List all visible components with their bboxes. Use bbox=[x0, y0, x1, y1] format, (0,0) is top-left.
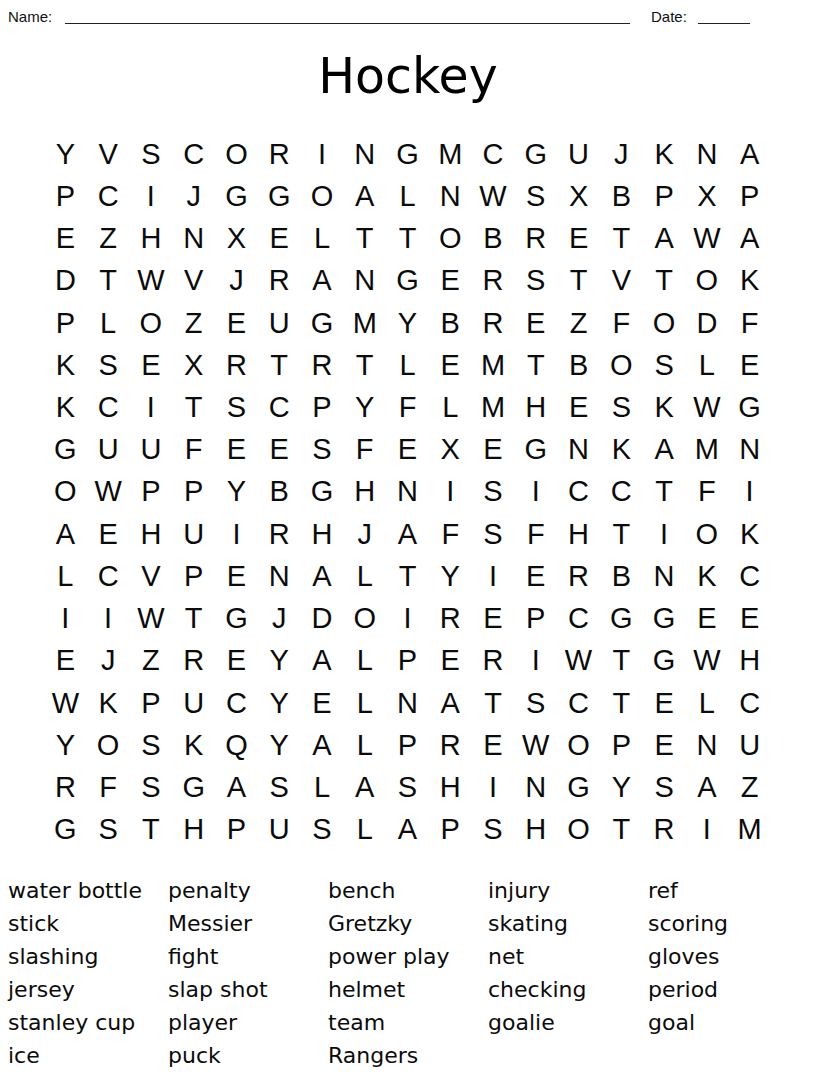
grid-cell-r4c11[interactable]: R bbox=[472, 260, 515, 302]
grid-cell-r15c15[interactable]: E bbox=[643, 724, 686, 766]
grid-cell-r2c13[interactable]: X bbox=[557, 175, 600, 217]
grid-cell-r12c2[interactable]: I bbox=[87, 598, 130, 640]
grid-cell-r1c6[interactable]: R bbox=[258, 133, 301, 175]
grid-cell-r4c10[interactable]: E bbox=[429, 260, 472, 302]
grid-cell-r11c15[interactable]: N bbox=[643, 555, 686, 597]
grid-cell-r17c3[interactable]: T bbox=[130, 809, 173, 851]
grid-cell-r6c7[interactable]: R bbox=[301, 344, 344, 386]
grid-cell-r17c13[interactable]: O bbox=[557, 809, 600, 851]
grid-cell-r8c11[interactable]: E bbox=[472, 429, 515, 471]
grid-cell-r11c4[interactable]: P bbox=[172, 555, 215, 597]
grid-cell-r3c5[interactable]: X bbox=[215, 217, 258, 259]
grid-cell-r3c10[interactable]: O bbox=[429, 217, 472, 259]
grid-cell-r4c5[interactable]: J bbox=[215, 260, 258, 302]
grid-cell-r17c15[interactable]: R bbox=[643, 809, 686, 851]
grid-cell-r14c10[interactable]: A bbox=[429, 682, 472, 724]
grid-cell-r14c17[interactable]: C bbox=[728, 682, 771, 724]
grid-cell-r13c17[interactable]: H bbox=[728, 640, 771, 682]
grid-cell-r5c6[interactable]: U bbox=[258, 302, 301, 344]
grid-cell-r10c16[interactable]: O bbox=[685, 513, 728, 555]
grid-cell-r11c1[interactable]: L bbox=[44, 555, 87, 597]
grid-cell-r5c17[interactable]: F bbox=[728, 302, 771, 344]
grid-cell-r11c2[interactable]: C bbox=[87, 555, 130, 597]
grid-cell-r9c17[interactable]: I bbox=[728, 471, 771, 513]
grid-cell-r14c4[interactable]: U bbox=[172, 682, 215, 724]
grid-cell-r13c15[interactable]: G bbox=[643, 640, 686, 682]
grid-cell-r7c15[interactable]: K bbox=[643, 386, 686, 428]
grid-cell-r3c8[interactable]: T bbox=[343, 217, 386, 259]
grid-cell-r8c8[interactable]: F bbox=[343, 429, 386, 471]
word-item: stanley cup bbox=[8, 1006, 168, 1039]
grid-cell-r6c2[interactable]: S bbox=[87, 344, 130, 386]
grid-cell-r16c17[interactable]: Z bbox=[728, 767, 771, 809]
grid-cell-r13c7[interactable]: A bbox=[301, 640, 344, 682]
grid-cell-r7c6[interactable]: C bbox=[258, 386, 301, 428]
grid-cell-r4c15[interactable]: T bbox=[643, 260, 686, 302]
grid-cell-r7c8[interactable]: Y bbox=[343, 386, 386, 428]
grid-cell-r12c1[interactable]: I bbox=[44, 598, 87, 640]
grid-cell-r7c7[interactable]: P bbox=[301, 386, 344, 428]
word-item: Messier bbox=[168, 907, 328, 940]
grid-cell-r11c5[interactable]: E bbox=[215, 555, 258, 597]
grid-cell-r9c7[interactable]: G bbox=[301, 471, 344, 513]
grid-cell-r6c12[interactable]: T bbox=[514, 344, 557, 386]
grid-cell-r10c1[interactable]: A bbox=[44, 513, 87, 555]
grid-cell-r12c13[interactable]: C bbox=[557, 598, 600, 640]
name-input-line[interactable] bbox=[65, 7, 630, 24]
grid-cell-r17c8[interactable]: L bbox=[343, 809, 386, 851]
grid-cell-r8c10[interactable]: X bbox=[429, 429, 472, 471]
grid-cell-r8c14[interactable]: K bbox=[600, 429, 643, 471]
grid-cell-r5c8[interactable]: M bbox=[343, 302, 386, 344]
grid-cell-r10c14[interactable]: T bbox=[600, 513, 643, 555]
grid-cell-r10c13[interactable]: H bbox=[557, 513, 600, 555]
grid-cell-r2c8[interactable]: A bbox=[343, 175, 386, 217]
grid-cell-r13c5[interactable]: E bbox=[215, 640, 258, 682]
grid-cell-r8c16[interactable]: M bbox=[685, 429, 728, 471]
grid-cell-r2c9[interactable]: L bbox=[386, 175, 429, 217]
grid-cell-r8c5[interactable]: E bbox=[215, 429, 258, 471]
grid-cell-r16c3[interactable]: S bbox=[130, 767, 173, 809]
grid-cell-r10c3[interactable]: H bbox=[130, 513, 173, 555]
grid-cell-r3c7[interactable]: L bbox=[301, 217, 344, 259]
grid-cell-r11c13[interactable]: R bbox=[557, 555, 600, 597]
grid-cell-r16c7[interactable]: L bbox=[301, 767, 344, 809]
grid-cell-r4c7[interactable]: A bbox=[301, 260, 344, 302]
grid-cell-r5c11[interactable]: R bbox=[472, 302, 515, 344]
grid-cell-r12c12[interactable]: P bbox=[514, 598, 557, 640]
grid-cell-r16c5[interactable]: A bbox=[215, 767, 258, 809]
grid-cell-r5c3[interactable]: O bbox=[130, 302, 173, 344]
grid-cell-r10c9[interactable]: A bbox=[386, 513, 429, 555]
grid-cell-r13c16[interactable]: W bbox=[685, 640, 728, 682]
grid-cell-r9c9[interactable]: N bbox=[386, 471, 429, 513]
grid-cell-r8c17[interactable]: N bbox=[728, 429, 771, 471]
grid-cell-r13c6[interactable]: Y bbox=[258, 640, 301, 682]
grid-cell-r16c8[interactable]: A bbox=[343, 767, 386, 809]
grid-cell-r12c11[interactable]: E bbox=[472, 598, 515, 640]
grid-cell-r1c10[interactable]: M bbox=[429, 133, 472, 175]
grid-cell-r6c15[interactable]: S bbox=[643, 344, 686, 386]
grid-cell-r7c3[interactable]: I bbox=[130, 386, 173, 428]
grid-cell-r5c2[interactable]: L bbox=[87, 302, 130, 344]
grid-cell-r12c17[interactable]: E bbox=[728, 598, 771, 640]
grid-cell-r9c3[interactable]: P bbox=[130, 471, 173, 513]
grid-cell-r13c9[interactable]: P bbox=[386, 640, 429, 682]
grid-cell-r3c4[interactable]: N bbox=[172, 217, 215, 259]
grid-cell-r13c8[interactable]: L bbox=[343, 640, 386, 682]
grid-cell-r16c16[interactable]: A bbox=[685, 767, 728, 809]
grid-cell-r13c10[interactable]: E bbox=[429, 640, 472, 682]
grid-cell-r9c15[interactable]: T bbox=[643, 471, 686, 513]
grid-cell-r10c17[interactable]: K bbox=[728, 513, 771, 555]
grid-cell-r8c4[interactable]: F bbox=[172, 429, 215, 471]
grid-cell-r14c8[interactable]: L bbox=[343, 682, 386, 724]
grid-cell-r1c9[interactable]: G bbox=[386, 133, 429, 175]
grid-cell-r14c16[interactable]: L bbox=[685, 682, 728, 724]
grid-cell-r5c9[interactable]: Y bbox=[386, 302, 429, 344]
grid-cell-r5c10[interactable]: B bbox=[429, 302, 472, 344]
grid-cell-r4c4[interactable]: V bbox=[172, 260, 215, 302]
grid-cell-r14c1[interactable]: W bbox=[44, 682, 87, 724]
grid-cell-r9c6[interactable]: B bbox=[258, 471, 301, 513]
grid-cell-r12c9[interactable]: I bbox=[386, 598, 429, 640]
grid-cell-r7c14[interactable]: S bbox=[600, 386, 643, 428]
grid-cell-r12c7[interactable]: D bbox=[301, 598, 344, 640]
grid-cell-r17c6[interactable]: U bbox=[258, 809, 301, 851]
grid-cell-r4c9[interactable]: G bbox=[386, 260, 429, 302]
grid-cell-r7c4[interactable]: T bbox=[172, 386, 215, 428]
grid-cell-r1c16[interactable]: N bbox=[685, 133, 728, 175]
grid-cell-r17c9[interactable]: A bbox=[386, 809, 429, 851]
grid-cell-r13c11[interactable]: R bbox=[472, 640, 515, 682]
grid-cell-r6c5[interactable]: R bbox=[215, 344, 258, 386]
grid-cell-r4c8[interactable]: N bbox=[343, 260, 386, 302]
grid-cell-r9c5[interactable]: Y bbox=[215, 471, 258, 513]
grid-cell-r7c9[interactable]: F bbox=[386, 386, 429, 428]
grid-cell-r13c14[interactable]: T bbox=[600, 640, 643, 682]
grid-cell-r12c4[interactable]: T bbox=[172, 598, 215, 640]
grid-cell-r5c13[interactable]: Z bbox=[557, 302, 600, 344]
grid-cell-r2c11[interactable]: W bbox=[472, 175, 515, 217]
word-item: bench bbox=[328, 874, 488, 907]
grid-cell-r5c14[interactable]: F bbox=[600, 302, 643, 344]
grid-cell-r7c1[interactable]: K bbox=[44, 386, 87, 428]
grid-cell-r17c16[interactable]: I bbox=[685, 809, 728, 851]
grid-cell-r1c5[interactable]: O bbox=[215, 133, 258, 175]
grid-cell-r17c1[interactable]: G bbox=[44, 809, 87, 851]
grid-cell-r15c6[interactable]: Y bbox=[258, 724, 301, 766]
grid-cell-r1c1[interactable]: Y bbox=[44, 133, 87, 175]
grid-cell-r3c2[interactable]: Z bbox=[87, 217, 130, 259]
grid-cell-r1c17[interactable]: A bbox=[728, 133, 771, 175]
grid-cell-r1c14[interactable]: J bbox=[600, 133, 643, 175]
grid-cell-r14c2[interactable]: K bbox=[87, 682, 130, 724]
grid-cell-r16c15[interactable]: S bbox=[643, 767, 686, 809]
grid-cell-r7c2[interactable]: C bbox=[87, 386, 130, 428]
grid-cell-r17c7[interactable]: S bbox=[301, 809, 344, 851]
grid-cell-r14c11[interactable]: T bbox=[472, 682, 515, 724]
grid-cell-r16c12[interactable]: N bbox=[514, 767, 557, 809]
grid-cell-r10c4[interactable]: U bbox=[172, 513, 215, 555]
grid-cell-r16c14[interactable]: Y bbox=[600, 767, 643, 809]
grid-cell-r7c12[interactable]: H bbox=[514, 386, 557, 428]
grid-cell-r10c7[interactable]: H bbox=[301, 513, 344, 555]
grid-cell-r8c15[interactable]: A bbox=[643, 429, 686, 471]
grid-cell-r2c17[interactable]: P bbox=[728, 175, 771, 217]
grid-cell-r8c7[interactable]: S bbox=[301, 429, 344, 471]
grid-cell-r8c6[interactable]: E bbox=[258, 429, 301, 471]
grid-cell-r2c5[interactable]: G bbox=[215, 175, 258, 217]
grid-cell-r14c3[interactable]: P bbox=[130, 682, 173, 724]
grid-cell-r6c17[interactable]: E bbox=[728, 344, 771, 386]
grid-cell-r5c1[interactable]: P bbox=[44, 302, 87, 344]
grid-cell-r1c12[interactable]: G bbox=[514, 133, 557, 175]
grid-cell-r15c14[interactable]: P bbox=[600, 724, 643, 766]
grid-cell-r2c6[interactable]: G bbox=[258, 175, 301, 217]
grid-cell-r6c3[interactable]: E bbox=[130, 344, 173, 386]
grid-cell-r15c13[interactable]: O bbox=[557, 724, 600, 766]
grid-cell-r8c9[interactable]: E bbox=[386, 429, 429, 471]
grid-cell-r11c16[interactable]: K bbox=[685, 555, 728, 597]
grid-cell-r5c4[interactable]: Z bbox=[172, 302, 215, 344]
grid-cell-r5c16[interactable]: D bbox=[685, 302, 728, 344]
grid-cell-r2c10[interactable]: N bbox=[429, 175, 472, 217]
grid-cell-r11c10[interactable]: Y bbox=[429, 555, 472, 597]
grid-cell-r12c15[interactable]: G bbox=[643, 598, 686, 640]
grid-cell-r15c12[interactable]: W bbox=[514, 724, 557, 766]
grid-cell-r9c4[interactable]: P bbox=[172, 471, 215, 513]
grid-cell-r17c4[interactable]: H bbox=[172, 809, 215, 851]
grid-cell-r13c13[interactable]: W bbox=[557, 640, 600, 682]
grid-cell-r16c9[interactable]: S bbox=[386, 767, 429, 809]
grid-cell-r7c5[interactable]: S bbox=[215, 386, 258, 428]
grid-cell-r16c11[interactable]: I bbox=[472, 767, 515, 809]
grid-cell-r8c12[interactable]: G bbox=[514, 429, 557, 471]
grid-cell-r5c12[interactable]: E bbox=[514, 302, 557, 344]
grid-cell-r14c9[interactable]: N bbox=[386, 682, 429, 724]
grid-cell-r9c2[interactable]: W bbox=[87, 471, 130, 513]
grid-cell-r7c11[interactable]: M bbox=[472, 386, 515, 428]
grid-cell-r3c14[interactable]: T bbox=[600, 217, 643, 259]
grid-cell-r9c11[interactable]: S bbox=[472, 471, 515, 513]
grid-cell-r1c3[interactable]: S bbox=[130, 133, 173, 175]
grid-cell-r7c13[interactable]: E bbox=[557, 386, 600, 428]
grid-cell-r3c3[interactable]: H bbox=[130, 217, 173, 259]
grid-cell-r6c6[interactable]: T bbox=[258, 344, 301, 386]
grid-cell-r7c16[interactable]: W bbox=[685, 386, 728, 428]
grid-cell-r16c10[interactable]: H bbox=[429, 767, 472, 809]
grid-cell-r3c9[interactable]: T bbox=[386, 217, 429, 259]
word-item: Rangers bbox=[328, 1039, 488, 1072]
grid-cell-r15c2[interactable]: O bbox=[87, 724, 130, 766]
grid-cell-r10c8[interactable]: J bbox=[343, 513, 386, 555]
grid-cell-r10c11[interactable]: S bbox=[472, 513, 515, 555]
grid-cell-r9c10[interactable]: I bbox=[429, 471, 472, 513]
grid-cell-r15c1[interactable]: Y bbox=[44, 724, 87, 766]
grid-cell-r17c11[interactable]: S bbox=[472, 809, 515, 851]
grid-cell-r5c5[interactable]: E bbox=[215, 302, 258, 344]
grid-cell-r2c15[interactable]: P bbox=[643, 175, 686, 217]
grid-cell-r11c11[interactable]: I bbox=[472, 555, 515, 597]
grid-cell-r11c3[interactable]: V bbox=[130, 555, 173, 597]
grid-cell-r10c15[interactable]: I bbox=[643, 513, 686, 555]
grid-cell-r2c2[interactable]: C bbox=[87, 175, 130, 217]
grid-cell-r11c17[interactable]: C bbox=[728, 555, 771, 597]
grid-cell-r3c17[interactable]: A bbox=[728, 217, 771, 259]
grid-cell-r1c7[interactable]: I bbox=[301, 133, 344, 175]
grid-cell-r12c10[interactable]: R bbox=[429, 598, 472, 640]
date-input-line[interactable] bbox=[698, 7, 750, 24]
grid-cell-r9c8[interactable]: H bbox=[343, 471, 386, 513]
grid-cell-r2c1[interactable]: P bbox=[44, 175, 87, 217]
grid-cell-r11c7[interactable]: A bbox=[301, 555, 344, 597]
grid-cell-r1c13[interactable]: U bbox=[557, 133, 600, 175]
grid-cell-r2c14[interactable]: B bbox=[600, 175, 643, 217]
grid-cell-r6c16[interactable]: L bbox=[685, 344, 728, 386]
grid-cell-r11c12[interactable]: E bbox=[514, 555, 557, 597]
grid-cell-r14c7[interactable]: E bbox=[301, 682, 344, 724]
grid-cell-r14c14[interactable]: T bbox=[600, 682, 643, 724]
grid-cell-r6c9[interactable]: L bbox=[386, 344, 429, 386]
grid-cell-r2c12[interactable]: S bbox=[514, 175, 557, 217]
grid-cell-r10c10[interactable]: F bbox=[429, 513, 472, 555]
grid-cell-r3c15[interactable]: A bbox=[643, 217, 686, 259]
grid-cell-r17c5[interactable]: P bbox=[215, 809, 258, 851]
grid-cell-r12c6[interactable]: J bbox=[258, 598, 301, 640]
grid-cell-r15c5[interactable]: Q bbox=[215, 724, 258, 766]
grid-cell-r4c14[interactable]: V bbox=[600, 260, 643, 302]
grid-cell-r15c8[interactable]: L bbox=[343, 724, 386, 766]
grid-cell-r16c13[interactable]: G bbox=[557, 767, 600, 809]
word-item: helmet bbox=[328, 973, 488, 1006]
grid-cell-r13c2[interactable]: J bbox=[87, 640, 130, 682]
grid-cell-r17c17[interactable]: M bbox=[728, 809, 771, 851]
grid-cell-r1c2[interactable]: V bbox=[87, 133, 130, 175]
grid-cell-r2c3[interactable]: I bbox=[130, 175, 173, 217]
grid-cell-r6c13[interactable]: B bbox=[557, 344, 600, 386]
grid-cell-r4c13[interactable]: T bbox=[557, 260, 600, 302]
grid-cell-r3c1[interactable]: E bbox=[44, 217, 87, 259]
grid-cell-r4c2[interactable]: T bbox=[87, 260, 130, 302]
grid-cell-r4c6[interactable]: R bbox=[258, 260, 301, 302]
grid-cell-r9c16[interactable]: F bbox=[685, 471, 728, 513]
grid-cell-r7c10[interactable]: L bbox=[429, 386, 472, 428]
grid-cell-r1c8[interactable]: N bbox=[343, 133, 386, 175]
grid-cell-r14c13[interactable]: C bbox=[557, 682, 600, 724]
grid-cell-r14c6[interactable]: Y bbox=[258, 682, 301, 724]
grid-cell-r16c6[interactable]: S bbox=[258, 767, 301, 809]
grid-cell-r8c2[interactable]: U bbox=[87, 429, 130, 471]
grid-cell-r9c14[interactable]: C bbox=[600, 471, 643, 513]
grid-cell-r5c15[interactable]: O bbox=[643, 302, 686, 344]
grid-cell-r7c17[interactable]: G bbox=[728, 386, 771, 428]
grid-cell-r11c6[interactable]: N bbox=[258, 555, 301, 597]
grid-cell-r8c13[interactable]: N bbox=[557, 429, 600, 471]
grid-cell-r13c12[interactable]: I bbox=[514, 640, 557, 682]
grid-cell-r2c4[interactable]: J bbox=[172, 175, 215, 217]
grid-cell-r3c12[interactable]: R bbox=[514, 217, 557, 259]
word-item: ice bbox=[8, 1039, 168, 1072]
grid-cell-r4c17[interactable]: K bbox=[728, 260, 771, 302]
grid-cell-r8c1[interactable]: G bbox=[44, 429, 87, 471]
grid-cell-r15c10[interactable]: R bbox=[429, 724, 472, 766]
grid-cell-r3c11[interactable]: B bbox=[472, 217, 515, 259]
name-label: Name: bbox=[8, 8, 52, 25]
grid-cell-r9c13[interactable]: C bbox=[557, 471, 600, 513]
grid-cell-r15c16[interactable]: N bbox=[685, 724, 728, 766]
grid-cell-r1c4[interactable]: C bbox=[172, 133, 215, 175]
grid-cell-r14c15[interactable]: E bbox=[643, 682, 686, 724]
grid-cell-r17c10[interactable]: P bbox=[429, 809, 472, 851]
grid-cell-r4c12[interactable]: S bbox=[514, 260, 557, 302]
grid-cell-r3c6[interactable]: E bbox=[258, 217, 301, 259]
grid-cell-r12c3[interactable]: W bbox=[130, 598, 173, 640]
grid-cell-r16c4[interactable]: G bbox=[172, 767, 215, 809]
grid-cell-r2c7[interactable]: O bbox=[301, 175, 344, 217]
grid-cell-r12c14[interactable]: G bbox=[600, 598, 643, 640]
grid-cell-r14c12[interactable]: S bbox=[514, 682, 557, 724]
grid-cell-r4c3[interactable]: W bbox=[130, 260, 173, 302]
grid-cell-r10c2[interactable]: E bbox=[87, 513, 130, 555]
grid-cell-r15c3[interactable]: S bbox=[130, 724, 173, 766]
grid-cell-r4c16[interactable]: O bbox=[685, 260, 728, 302]
grid-cell-r17c2[interactable]: S bbox=[87, 809, 130, 851]
grid-cell-r13c3[interactable]: Z bbox=[130, 640, 173, 682]
grid-cell-r1c11[interactable]: C bbox=[472, 133, 515, 175]
grid-cell-r9c1[interactable]: O bbox=[44, 471, 87, 513]
grid-cell-r15c11[interactable]: E bbox=[472, 724, 515, 766]
grid-cell-r17c14[interactable]: T bbox=[600, 809, 643, 851]
grid-cell-r15c17[interactable]: U bbox=[728, 724, 771, 766]
grid-cell-r5c7[interactable]: G bbox=[301, 302, 344, 344]
grid-cell-r6c8[interactable]: T bbox=[343, 344, 386, 386]
grid-cell-r6c1[interactable]: K bbox=[44, 344, 87, 386]
grid-cell-r14c5[interactable]: C bbox=[215, 682, 258, 724]
grid-cell-r10c6[interactable]: R bbox=[258, 513, 301, 555]
grid-cell-r12c8[interactable]: O bbox=[343, 598, 386, 640]
grid-cell-r12c16[interactable]: E bbox=[685, 598, 728, 640]
grid-cell-r3c13[interactable]: E bbox=[557, 217, 600, 259]
grid-cell-r15c4[interactable]: K bbox=[172, 724, 215, 766]
grid-cell-r16c2[interactable]: F bbox=[87, 767, 130, 809]
grid-cell-r9c12[interactable]: I bbox=[514, 471, 557, 513]
word-item: team bbox=[328, 1006, 488, 1039]
grid-cell-r11c9[interactable]: T bbox=[386, 555, 429, 597]
grid-cell-r4c1[interactable]: D bbox=[44, 260, 87, 302]
grid-cell-r1c15[interactable]: K bbox=[643, 133, 686, 175]
grid-cell-r3c16[interactable]: W bbox=[685, 217, 728, 259]
grid-cell-r10c12[interactable]: F bbox=[514, 513, 557, 555]
grid-cell-r17c12[interactable]: H bbox=[514, 809, 557, 851]
grid-cell-r15c9[interactable]: P bbox=[386, 724, 429, 766]
grid-cell-r13c4[interactable]: R bbox=[172, 640, 215, 682]
grid-cell-r16c1[interactable]: R bbox=[44, 767, 87, 809]
grid-cell-r10c5[interactable]: I bbox=[215, 513, 258, 555]
word-item: stick bbox=[8, 907, 168, 940]
grid-cell-r6c11[interactable]: M bbox=[472, 344, 515, 386]
grid-cell-r13c1[interactable]: E bbox=[44, 640, 87, 682]
grid-cell-r12c5[interactable]: G bbox=[215, 598, 258, 640]
grid-cell-r6c14[interactable]: O bbox=[600, 344, 643, 386]
grid-cell-r2c16[interactable]: X bbox=[685, 175, 728, 217]
grid-cell-r11c14[interactable]: B bbox=[600, 555, 643, 597]
grid-cell-r6c10[interactable]: E bbox=[429, 344, 472, 386]
grid-cell-r6c4[interactable]: X bbox=[172, 344, 215, 386]
grid-cell-r8c3[interactable]: U bbox=[130, 429, 173, 471]
grid-cell-r11c8[interactable]: L bbox=[343, 555, 386, 597]
grid-cell-r15c7[interactable]: A bbox=[301, 724, 344, 766]
